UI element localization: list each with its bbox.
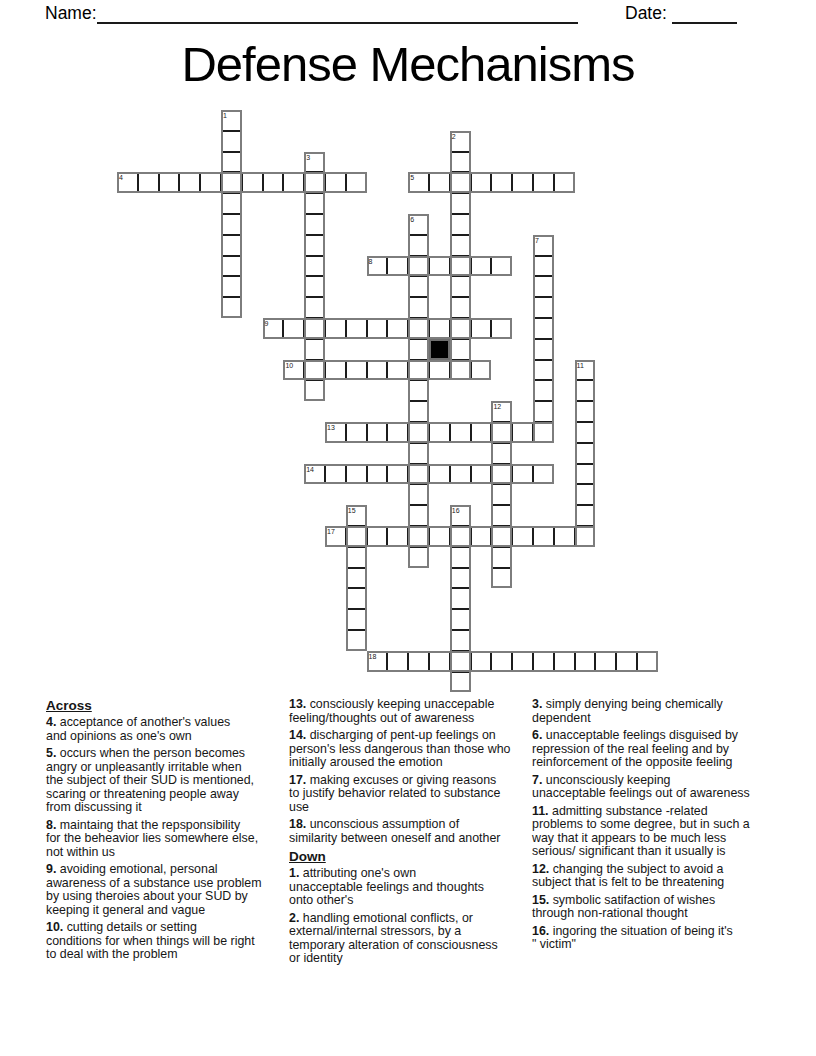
grid-cell[interactable] [450, 256, 471, 277]
grid-cell[interactable] [533, 651, 554, 672]
grid-cell[interactable] [450, 547, 471, 568]
grid-cell[interactable] [242, 172, 263, 193]
grid-cell[interactable] [575, 484, 596, 505]
grid-cell[interactable] [221, 256, 242, 277]
clue-column-2: 13. consciously keeping unaccepable feel… [289, 698, 529, 970]
grid-cell[interactable] [450, 505, 471, 526]
grid-cell[interactable] [408, 505, 429, 526]
grid-cell[interactable] [575, 401, 596, 422]
grid-cell[interactable] [408, 235, 429, 256]
grid-cell[interactable] [533, 401, 554, 422]
grid-cell[interactable] [512, 464, 533, 485]
grid-cell[interactable] [491, 422, 512, 443]
grid-cell[interactable] [471, 172, 492, 193]
grid-cell[interactable] [616, 651, 637, 672]
grid-cell[interactable] [450, 297, 471, 318]
down-clues-header: Down [289, 849, 529, 864]
grid-cell[interactable] [408, 214, 429, 235]
clue-down-11: 11. admitting substance -related problem… [532, 805, 784, 859]
grid-cell[interactable] [429, 360, 450, 381]
grid-cell[interactable] [221, 172, 242, 193]
grid-cell[interactable] [450, 672, 471, 693]
grid-cell[interactable] [575, 464, 596, 485]
grid-cell[interactable] [450, 526, 471, 547]
grid-cell[interactable] [138, 172, 159, 193]
clue-across-9: 9. avoiding emotional, personal awarenes… [46, 863, 284, 917]
grid-cell[interactable] [221, 152, 242, 173]
grid-cell[interactable] [221, 276, 242, 297]
grid-cell[interactable] [304, 256, 325, 277]
grid-cell[interactable] [304, 214, 325, 235]
grid-cell[interactable] [408, 276, 429, 297]
grid-cell[interactable] [325, 464, 346, 485]
grid-cell[interactable] [346, 318, 367, 339]
grid-cell[interactable] [346, 526, 367, 547]
grid-cell[interactable] [304, 360, 325, 381]
grid-cell[interactable] [533, 172, 554, 193]
grid-cell[interactable] [387, 526, 408, 547]
grid-cell[interactable] [450, 464, 471, 485]
grid-cell[interactable] [575, 526, 596, 547]
grid-cell[interactable] [304, 276, 325, 297]
grid-cell[interactable] [450, 568, 471, 589]
grid-cell[interactable] [408, 318, 429, 339]
grid-cell[interactable] [408, 339, 429, 360]
grid-cell[interactable] [450, 193, 471, 214]
clue-down-6: 6. unacceptable feelings disguised by re… [532, 729, 784, 770]
grid-cell[interactable] [408, 443, 429, 464]
grid-cell[interactable] [346, 172, 367, 193]
clue-down-15: 15. symbolic satifaction of wishes throu… [532, 894, 784, 921]
grid-cell[interactable] [387, 651, 408, 672]
grid-cell[interactable] [471, 651, 492, 672]
grid-cell[interactable] [325, 422, 346, 443]
grid-cell[interactable] [304, 464, 325, 485]
grid-cell[interactable] [408, 380, 429, 401]
grid-cell[interactable] [471, 256, 492, 277]
grid-cell[interactable] [450, 152, 471, 173]
grid-cell[interactable] [471, 422, 492, 443]
grid-cell[interactable] [221, 193, 242, 214]
grid-cell[interactable] [491, 547, 512, 568]
clue-down-16: 16. ingoring the situation of being it's… [532, 925, 784, 952]
grid-cell[interactable] [512, 172, 533, 193]
grid-cell[interactable] [450, 651, 471, 672]
grid-cell[interactable] [575, 380, 596, 401]
grid-cell[interactable] [533, 318, 554, 339]
grid-cell[interactable] [491, 484, 512, 505]
grid-cell[interactable] [450, 422, 471, 443]
clue-across-5: 5. occurs when the person becomes angry … [46, 747, 284, 815]
grid-cell[interactable] [304, 380, 325, 401]
grid-cell[interactable] [429, 318, 450, 339]
grid-cell[interactable] [304, 297, 325, 318]
grid-cell[interactable] [283, 172, 304, 193]
grid-cell[interactable] [387, 422, 408, 443]
grid-cell[interactable] [408, 256, 429, 277]
clue-down-1: 1. attributing one's own unacceptable fe… [289, 867, 529, 908]
clue-across-10: 10. cutting details or setting condition… [46, 921, 284, 962]
grid-cell[interactable] [554, 172, 575, 193]
grid-cell[interactable] [367, 464, 388, 485]
grid-cell[interactable] [491, 568, 512, 589]
grid-cell[interactable] [304, 235, 325, 256]
grid-cell[interactable] [471, 360, 492, 381]
grid-cell[interactable] [575, 505, 596, 526]
clue-across-13: 13. consciously keeping unaccepable feel… [289, 698, 529, 725]
grid-cell[interactable] [325, 526, 346, 547]
grid-cell[interactable] [304, 193, 325, 214]
grid-cell[interactable] [200, 172, 221, 193]
clue-down-12: 12. changing the subject to avoid a subj… [532, 863, 784, 890]
grid-cell[interactable] [346, 422, 367, 443]
grid-cell[interactable] [450, 339, 471, 360]
grid-cell[interactable] [408, 464, 429, 485]
grid-cell[interactable] [595, 651, 616, 672]
grid-cell[interactable] [304, 152, 325, 173]
grid-cell[interactable] [346, 609, 367, 630]
grid-cell[interactable] [471, 464, 492, 485]
grid-cell[interactable] [325, 172, 346, 193]
grid-cell[interactable] [491, 256, 512, 277]
grid-cell[interactable] [346, 630, 367, 651]
grid-cell[interactable] [450, 172, 471, 193]
grid-cell[interactable] [471, 318, 492, 339]
grid-cell[interactable] [346, 568, 367, 589]
across-clues-header: Across [46, 698, 284, 713]
grid-cell[interactable] [429, 526, 450, 547]
grid-cell[interactable] [283, 318, 304, 339]
clue-down-3: 3. simply denying being chemically depen… [532, 698, 784, 725]
grid-cell[interactable] [408, 651, 429, 672]
grid-cell[interactable] [408, 172, 429, 193]
grid-cell[interactable] [221, 110, 242, 131]
grid-cell[interactable] [408, 422, 429, 443]
grid-cell[interactable] [533, 297, 554, 318]
grid-cell[interactable] [367, 318, 388, 339]
grid-cell[interactable] [429, 422, 450, 443]
grid-cell[interactable] [512, 526, 533, 547]
grid-cell[interactable] [387, 318, 408, 339]
grid-cell[interactable] [408, 297, 429, 318]
grid-cell[interactable] [512, 422, 533, 443]
grid-cell[interactable] [346, 464, 367, 485]
blocked-cell [429, 339, 450, 360]
grid-cell[interactable] [491, 172, 512, 193]
clue-across-17: 17. making excuses or giving reasons to … [289, 774, 529, 815]
grid-cell[interactable] [533, 256, 554, 277]
grid-cell[interactable] [450, 235, 471, 256]
grid-cell[interactable] [408, 401, 429, 422]
grid-cell[interactable] [408, 526, 429, 547]
grid-cell[interactable] [367, 422, 388, 443]
name-label: Name: [45, 3, 97, 24]
grid-cell[interactable] [387, 256, 408, 277]
grid-cell[interactable] [346, 505, 367, 526]
grid-cell[interactable] [387, 464, 408, 485]
grid-cell[interactable] [283, 360, 304, 381]
grid-cell[interactable] [408, 547, 429, 568]
grid-cell[interactable] [346, 547, 367, 568]
grid-cell[interactable] [159, 172, 180, 193]
grid-cell[interactable] [554, 651, 575, 672]
grid-cell[interactable] [575, 651, 596, 672]
grid-cell[interactable] [450, 318, 471, 339]
grid-cell[interactable] [367, 256, 388, 277]
grid-cell[interactable] [450, 276, 471, 297]
grid-cell[interactable] [533, 526, 554, 547]
clue-across-14: 14. discharging of pent-up feelings on p… [289, 729, 529, 770]
grid-cell[interactable] [304, 318, 325, 339]
grid-cell[interactable] [179, 172, 200, 193]
grid-cell[interactable] [491, 464, 512, 485]
grid-cell[interactable] [491, 651, 512, 672]
grid-cell[interactable] [346, 588, 367, 609]
clue-across-4: 4. acceptance of another's values and op… [46, 716, 284, 743]
grid-cell[interactable] [575, 422, 596, 443]
grid-cell[interactable] [221, 131, 242, 152]
crossword-grid: 458910131417181236711121516 [117, 110, 658, 693]
grid-cell[interactable] [304, 172, 325, 193]
grid-cell[interactable] [533, 464, 554, 485]
grid-cell[interactable] [450, 131, 471, 152]
date-label: Date: [625, 3, 667, 24]
grid-cell[interactable] [408, 484, 429, 505]
grid-cell[interactable] [429, 651, 450, 672]
grid-cell[interactable] [471, 526, 492, 547]
grid-cell[interactable] [408, 360, 429, 381]
grid-cell[interactable] [450, 609, 471, 630]
grid-cell[interactable] [533, 235, 554, 256]
grid-cell[interactable] [387, 360, 408, 381]
clue-across-18: 18. unconscious assumption of similarity… [289, 818, 529, 845]
grid-cell[interactable] [429, 172, 450, 193]
grid-cell[interactable] [575, 443, 596, 464]
clue-column-3: 3. simply denying being chemically depen… [532, 698, 784, 956]
grid-cell[interactable] [450, 214, 471, 235]
date-blank-line[interactable] [672, 5, 737, 24]
name-blank-line[interactable] [97, 5, 578, 24]
grid-cell[interactable] [325, 318, 346, 339]
grid-cell[interactable] [533, 360, 554, 381]
grid-cell[interactable] [263, 172, 284, 193]
grid-cell[interactable] [263, 318, 284, 339]
grid-cell[interactable] [491, 505, 512, 526]
grid-cell[interactable] [491, 443, 512, 464]
grid-cell[interactable] [429, 256, 450, 277]
grid-cell[interactable] [533, 422, 554, 443]
grid-cell[interactable] [637, 651, 658, 672]
grid-cell[interactable] [491, 401, 512, 422]
grid-cell[interactable] [325, 360, 346, 381]
grid-cell[interactable] [367, 651, 388, 672]
grid-cell[interactable] [221, 214, 242, 235]
grid-cell[interactable] [450, 588, 471, 609]
grid-cell[interactable] [221, 297, 242, 318]
grid-cell[interactable] [367, 526, 388, 547]
grid-cell[interactable] [575, 360, 596, 381]
grid-cell[interactable] [367, 360, 388, 381]
grid-cell[interactable] [450, 630, 471, 651]
clue-down-7: 7. unconsciously keeping unacceptable fe… [532, 774, 784, 801]
grid-cell[interactable] [533, 339, 554, 360]
grid-cell[interactable] [533, 380, 554, 401]
grid-cell[interactable] [491, 318, 512, 339]
clue-column-1: Across4. acceptance of another's values … [46, 698, 284, 966]
page-title: Defense Mechanisms [0, 36, 816, 92]
grid-cell[interactable] [346, 360, 367, 381]
grid-cell[interactable] [450, 360, 471, 381]
grid-cell[interactable] [533, 276, 554, 297]
grid-cell[interactable] [221, 235, 242, 256]
clue-down-2: 2. handling emotional conflicts, or exte… [289, 912, 529, 966]
grid-cell[interactable] [512, 651, 533, 672]
grid-cell[interactable] [429, 464, 450, 485]
grid-cell[interactable] [304, 339, 325, 360]
grid-cell[interactable] [491, 526, 512, 547]
clue-across-8: 8. maintaing that the repsponsibility fo… [46, 819, 284, 860]
grid-cell[interactable] [554, 526, 575, 547]
grid-cell[interactable] [117, 172, 138, 193]
worksheet-page: { "header": { "name_label": "Name:", "da… [0, 0, 816, 1056]
